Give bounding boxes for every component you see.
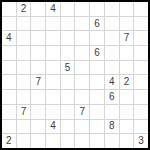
cell-r6c8-clue: 4 — [105, 75, 119, 89]
cell-r9c4-clue: 4 — [46, 120, 60, 134]
cell-r3c8[interactable] — [105, 31, 119, 45]
cell-r1c4-clue: 4 — [46, 2, 60, 16]
cell-r6c3-clue: 7 — [31, 75, 45, 89]
cell-r7c10[interactable] — [134, 90, 148, 104]
cell-r9c6[interactable] — [75, 120, 89, 134]
cell-r2c10[interactable] — [134, 17, 148, 31]
cell-r10c8[interactable] — [105, 134, 119, 148]
cell-r9c10[interactable] — [134, 120, 148, 134]
cell-r1c9[interactable] — [120, 2, 134, 16]
cell-r2c4[interactable] — [46, 17, 60, 31]
cell-r8c8[interactable] — [105, 105, 119, 119]
cell-r3c1-clue: 4 — [2, 31, 16, 45]
cell-r4c3[interactable] — [31, 46, 45, 60]
cell-r2c3[interactable] — [31, 17, 45, 31]
cell-r5c5-clue: 5 — [61, 61, 75, 75]
cell-r8c9[interactable] — [120, 105, 134, 119]
cell-r10c2[interactable] — [17, 134, 31, 148]
cell-r5c4[interactable] — [46, 61, 60, 75]
cell-r1c1[interactable] — [2, 2, 16, 16]
cell-r7c4[interactable] — [46, 90, 60, 104]
cell-r1c7[interactable] — [90, 2, 104, 16]
cell-r3c9-clue: 7 — [120, 31, 134, 45]
cell-r7c7[interactable] — [90, 90, 104, 104]
cell-r1c10[interactable] — [134, 2, 148, 16]
cell-r8c2-clue: 7 — [17, 105, 31, 119]
cell-r1c5[interactable] — [61, 2, 75, 16]
cell-r1c6[interactable] — [75, 2, 89, 16]
cell-r6c4[interactable] — [46, 75, 60, 89]
cell-r1c2-clue: 2 — [17, 2, 31, 16]
cell-r3c4[interactable] — [46, 31, 60, 45]
cell-r8c3[interactable] — [31, 105, 45, 119]
cell-r5c1[interactable] — [2, 61, 16, 75]
cell-r7c9[interactable] — [120, 90, 134, 104]
cell-r9c1[interactable] — [2, 120, 16, 134]
minesweeper-board: 24647657426774823 — [0, 0, 150, 150]
cell-r3c2[interactable] — [17, 31, 31, 45]
cell-r1c3[interactable] — [31, 2, 45, 16]
cell-r2c7-clue: 6 — [90, 17, 104, 31]
cell-r10c10-clue: 3 — [134, 134, 148, 148]
cell-r10c5[interactable] — [61, 134, 75, 148]
cell-r6c9-clue: 2 — [120, 75, 134, 89]
cell-r3c5[interactable] — [61, 31, 75, 45]
cell-r4c4[interactable] — [46, 46, 60, 60]
cell-r2c6[interactable] — [75, 17, 89, 31]
cell-r9c5[interactable] — [61, 120, 75, 134]
cell-r7c5[interactable] — [61, 90, 75, 104]
cell-r8c7[interactable] — [90, 105, 104, 119]
cell-r3c6[interactable] — [75, 31, 89, 45]
cell-r6c7[interactable] — [90, 75, 104, 89]
cell-r6c1[interactable] — [2, 75, 16, 89]
cell-r9c7[interactable] — [90, 120, 104, 134]
cell-r4c2[interactable] — [17, 46, 31, 60]
cell-r6c6[interactable] — [75, 75, 89, 89]
cell-r3c7[interactable] — [90, 31, 104, 45]
cell-r7c1[interactable] — [2, 90, 16, 104]
cell-r4c8[interactable] — [105, 46, 119, 60]
cell-r4c7-clue: 6 — [90, 46, 104, 60]
cell-r8c6-clue: 7 — [75, 105, 89, 119]
cell-r5c2[interactable] — [17, 61, 31, 75]
cell-r5c8[interactable] — [105, 61, 119, 75]
cell-r4c1[interactable] — [2, 46, 16, 60]
cell-r9c2[interactable] — [17, 120, 31, 134]
cell-r5c7[interactable] — [90, 61, 104, 75]
cell-r10c9[interactable] — [120, 134, 134, 148]
cell-r7c2[interactable] — [17, 90, 31, 104]
cell-r5c9[interactable] — [120, 61, 134, 75]
cell-r2c9[interactable] — [120, 17, 134, 31]
cell-r5c6[interactable] — [75, 61, 89, 75]
cell-r1c8[interactable] — [105, 2, 119, 16]
cell-r2c8[interactable] — [105, 17, 119, 31]
cell-r2c1[interactable] — [2, 17, 16, 31]
cell-r7c3[interactable] — [31, 90, 45, 104]
cell-r10c3[interactable] — [31, 134, 45, 148]
cell-r6c10[interactable] — [134, 75, 148, 89]
cell-r6c5[interactable] — [61, 75, 75, 89]
cell-r10c1-clue: 2 — [2, 134, 16, 148]
cell-r4c10[interactable] — [134, 46, 148, 60]
cell-r7c8-clue: 6 — [105, 90, 119, 104]
cell-r6c2[interactable] — [17, 75, 31, 89]
cell-r5c3[interactable] — [31, 61, 45, 75]
cell-r8c10[interactable] — [134, 105, 148, 119]
cell-r9c8-clue: 8 — [105, 120, 119, 134]
cell-r10c4[interactable] — [46, 134, 60, 148]
cell-r3c3[interactable] — [31, 31, 45, 45]
cell-r9c9[interactable] — [120, 120, 134, 134]
cell-r9c3[interactable] — [31, 120, 45, 134]
cell-r2c5[interactable] — [61, 17, 75, 31]
cell-r8c4[interactable] — [46, 105, 60, 119]
cell-r8c1[interactable] — [2, 105, 16, 119]
cell-r3c10[interactable] — [134, 31, 148, 45]
cell-r10c6[interactable] — [75, 134, 89, 148]
cell-r8c5[interactable] — [61, 105, 75, 119]
cell-r7c6[interactable] — [75, 90, 89, 104]
cell-r2c2[interactable] — [17, 17, 31, 31]
cell-r5c10[interactable] — [134, 61, 148, 75]
cell-r4c5[interactable] — [61, 46, 75, 60]
cell-r10c7[interactable] — [90, 134, 104, 148]
cell-r4c9[interactable] — [120, 46, 134, 60]
cell-r4c6[interactable] — [75, 46, 89, 60]
